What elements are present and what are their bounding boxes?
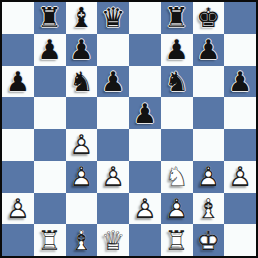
square-a7[interactable] <box>2 34 34 66</box>
square-b6[interactable] <box>34 66 66 98</box>
square-e3[interactable] <box>129 161 161 193</box>
white-piece-fill-glyph: ♚ <box>193 224 225 256</box>
square-b7[interactable]: ♟ <box>34 34 66 66</box>
square-e4[interactable] <box>129 129 161 161</box>
square-f1[interactable]: ♜♖ <box>161 224 193 256</box>
piece-black-queen[interactable]: ♛ <box>97 2 129 34</box>
piece-white-rook[interactable]: ♜♖ <box>161 224 193 256</box>
square-c5[interactable] <box>66 97 98 129</box>
black-piece-fill-glyph: ♟ <box>129 97 161 129</box>
square-e6[interactable] <box>129 66 161 98</box>
piece-white-king[interactable]: ♚♔ <box>193 224 225 256</box>
square-c1[interactable]: ♝♗ <box>66 224 98 256</box>
piece-white-pawn[interactable]: ♟♙ <box>2 193 34 225</box>
black-piece-fill-glyph: ♟ <box>97 66 129 98</box>
square-h6[interactable]: ♟ <box>224 66 256 98</box>
square-e8[interactable] <box>129 2 161 34</box>
white-piece-outline-glyph: ♖ <box>34 224 66 256</box>
piece-black-rook[interactable]: ♜ <box>34 2 66 34</box>
chess-board: ♜♝♛♜♚♟♟♟♟♟♞♟♞♟♟♟♙♟♙♟♙♞♘♟♙♟♙♟♙♟♙♟♙♝♗♜♖♝♗♛… <box>2 2 256 256</box>
white-piece-outline-glyph: ♙ <box>193 161 225 193</box>
white-piece-fill-glyph: ♞ <box>161 161 193 193</box>
black-piece-fill-glyph: ♚ <box>193 2 225 34</box>
square-h7[interactable] <box>224 34 256 66</box>
board-frame: ♜♝♛♜♚♟♟♟♟♟♞♟♞♟♟♟♙♟♙♟♙♞♘♟♙♟♙♟♙♟♙♟♙♝♗♜♖♝♗♛… <box>0 0 258 258</box>
black-piece-fill-glyph: ♟ <box>193 34 225 66</box>
square-c8[interactable]: ♝ <box>66 2 98 34</box>
square-a6[interactable]: ♟ <box>2 66 34 98</box>
white-piece-fill-glyph: ♜ <box>161 224 193 256</box>
white-piece-fill-glyph: ♟ <box>161 193 193 225</box>
square-f6[interactable]: ♞ <box>161 66 193 98</box>
black-piece-fill-glyph: ♜ <box>161 2 193 34</box>
piece-white-pawn[interactable]: ♟♙ <box>97 161 129 193</box>
piece-black-pawn[interactable]: ♟ <box>2 66 34 98</box>
piece-white-queen[interactable]: ♛♕ <box>97 224 129 256</box>
white-piece-outline-glyph: ♙ <box>161 193 193 225</box>
square-d4[interactable] <box>97 129 129 161</box>
black-piece-fill-glyph: ♜ <box>34 2 66 34</box>
square-a1[interactable] <box>2 224 34 256</box>
white-piece-outline-glyph: ♙ <box>129 193 161 225</box>
white-piece-outline-glyph: ♙ <box>66 161 98 193</box>
white-piece-fill-glyph: ♛ <box>97 224 129 256</box>
square-g5[interactable] <box>193 97 225 129</box>
square-f8[interactable]: ♜ <box>161 2 193 34</box>
piece-white-pawn[interactable]: ♟♙ <box>224 161 256 193</box>
black-piece-fill-glyph: ♟ <box>34 34 66 66</box>
white-piece-fill-glyph: ♟ <box>224 161 256 193</box>
piece-black-rook[interactable]: ♜ <box>161 2 193 34</box>
square-c2[interactable] <box>66 193 98 225</box>
square-f5[interactable] <box>161 97 193 129</box>
square-d3[interactable]: ♟♙ <box>97 161 129 193</box>
square-h5[interactable] <box>224 97 256 129</box>
black-piece-fill-glyph: ♝ <box>66 2 98 34</box>
square-c4[interactable]: ♟♙ <box>66 129 98 161</box>
white-piece-fill-glyph: ♟ <box>2 193 34 225</box>
square-h3[interactable]: ♟♙ <box>224 161 256 193</box>
white-piece-fill-glyph: ♜ <box>34 224 66 256</box>
white-piece-fill-glyph: ♝ <box>66 224 98 256</box>
square-a2[interactable]: ♟♙ <box>2 193 34 225</box>
square-c6[interactable]: ♞ <box>66 66 98 98</box>
piece-black-pawn[interactable]: ♟ <box>129 97 161 129</box>
square-d7[interactable] <box>97 34 129 66</box>
square-g8[interactable]: ♚ <box>193 2 225 34</box>
square-e2[interactable]: ♟♙ <box>129 193 161 225</box>
white-piece-fill-glyph: ♟ <box>129 193 161 225</box>
square-c7[interactable]: ♟ <box>66 34 98 66</box>
white-piece-fill-glyph: ♟ <box>97 161 129 193</box>
square-d5[interactable] <box>97 97 129 129</box>
white-piece-fill-glyph: ♟ <box>66 129 98 161</box>
black-piece-fill-glyph: ♛ <box>97 2 129 34</box>
piece-black-pawn[interactable]: ♟ <box>97 66 129 98</box>
square-a3[interactable] <box>2 161 34 193</box>
square-e7[interactable] <box>129 34 161 66</box>
square-b1[interactable]: ♜♖ <box>34 224 66 256</box>
piece-white-bishop[interactable]: ♝♗ <box>193 193 225 225</box>
square-d1[interactable]: ♛♕ <box>97 224 129 256</box>
white-piece-outline-glyph: ♙ <box>2 193 34 225</box>
piece-white-pawn[interactable]: ♟♙ <box>66 161 98 193</box>
white-piece-outline-glyph: ♙ <box>97 161 129 193</box>
white-piece-fill-glyph: ♟ <box>193 161 225 193</box>
square-d6[interactable]: ♟ <box>97 66 129 98</box>
piece-white-pawn[interactable]: ♟♙ <box>193 161 225 193</box>
square-b3[interactable] <box>34 161 66 193</box>
square-g3[interactable]: ♟♙ <box>193 161 225 193</box>
white-piece-outline-glyph: ♙ <box>66 129 98 161</box>
black-piece-fill-glyph: ♟ <box>66 34 98 66</box>
black-piece-fill-glyph: ♞ <box>161 66 193 98</box>
square-h8[interactable] <box>224 2 256 34</box>
square-b5[interactable] <box>34 97 66 129</box>
square-f4[interactable] <box>161 129 193 161</box>
square-h2[interactable] <box>224 193 256 225</box>
square-h4[interactable] <box>224 129 256 161</box>
piece-white-pawn[interactable]: ♟♙ <box>129 193 161 225</box>
piece-white-pawn[interactable]: ♟♙ <box>66 129 98 161</box>
black-piece-fill-glyph: ♟ <box>2 66 34 98</box>
square-d8[interactable]: ♛ <box>97 2 129 34</box>
square-b8[interactable]: ♜ <box>34 2 66 34</box>
square-a4[interactable] <box>2 129 34 161</box>
piece-black-knight[interactable]: ♞ <box>66 66 98 98</box>
square-e5[interactable]: ♟ <box>129 97 161 129</box>
square-g6[interactable] <box>193 66 225 98</box>
square-d2[interactable] <box>97 193 129 225</box>
piece-black-pawn[interactable]: ♟ <box>161 34 193 66</box>
square-a5[interactable] <box>2 97 34 129</box>
square-f3[interactable]: ♞♘ <box>161 161 193 193</box>
square-h1[interactable] <box>224 224 256 256</box>
square-g1[interactable]: ♚♔ <box>193 224 225 256</box>
white-piece-outline-glyph: ♗ <box>66 224 98 256</box>
square-c3[interactable]: ♟♙ <box>66 161 98 193</box>
black-piece-fill-glyph: ♟ <box>224 66 256 98</box>
square-g2[interactable]: ♝♗ <box>193 193 225 225</box>
black-piece-fill-glyph: ♟ <box>161 34 193 66</box>
white-piece-outline-glyph: ♕ <box>97 224 129 256</box>
piece-white-knight[interactable]: ♞♘ <box>161 161 193 193</box>
piece-black-pawn[interactable]: ♟ <box>66 34 98 66</box>
piece-black-king[interactable]: ♚ <box>193 2 225 34</box>
square-f2[interactable]: ♟♙ <box>161 193 193 225</box>
square-f7[interactable]: ♟ <box>161 34 193 66</box>
black-piece-fill-glyph: ♞ <box>66 66 98 98</box>
square-b4[interactable] <box>34 129 66 161</box>
white-piece-outline-glyph: ♘ <box>161 161 193 193</box>
white-piece-outline-glyph: ♖ <box>161 224 193 256</box>
piece-white-pawn[interactable]: ♟♙ <box>161 193 193 225</box>
square-g4[interactable] <box>193 129 225 161</box>
piece-black-knight[interactable]: ♞ <box>161 66 193 98</box>
white-piece-outline-glyph: ♗ <box>193 193 225 225</box>
square-e1[interactable] <box>129 224 161 256</box>
piece-black-pawn[interactable]: ♟ <box>34 34 66 66</box>
white-piece-fill-glyph: ♟ <box>66 161 98 193</box>
piece-black-bishop[interactable]: ♝ <box>66 2 98 34</box>
piece-black-pawn[interactable]: ♟ <box>193 34 225 66</box>
square-a8[interactable] <box>2 2 34 34</box>
white-piece-fill-glyph: ♝ <box>193 193 225 225</box>
white-piece-outline-glyph: ♔ <box>193 224 225 256</box>
square-g7[interactable]: ♟ <box>193 34 225 66</box>
piece-black-pawn[interactable]: ♟ <box>224 66 256 98</box>
white-piece-outline-glyph: ♙ <box>224 161 256 193</box>
square-b2[interactable] <box>34 193 66 225</box>
piece-white-bishop[interactable]: ♝♗ <box>66 224 98 256</box>
piece-white-rook[interactable]: ♜♖ <box>34 224 66 256</box>
